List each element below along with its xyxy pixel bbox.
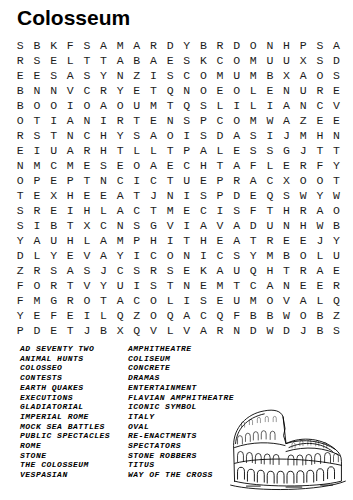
page-title: Colosseum — [17, 6, 130, 30]
grid-cell: C — [79, 128, 96, 143]
grid-cell: E — [145, 113, 162, 128]
word-list-item: AMPHITHEATRE — [128, 344, 234, 354]
grid-cell: L — [312, 248, 329, 263]
grid-cell: L — [162, 323, 179, 338]
grid-cell: H — [145, 233, 162, 248]
grid-cell: R — [295, 263, 312, 278]
grid-cell: L — [79, 233, 96, 248]
grid-cell: I — [62, 203, 79, 218]
grid-cell: M — [112, 38, 129, 53]
grid-cell: E — [328, 263, 345, 278]
grid-cell: E — [195, 278, 212, 293]
grid-cell: L — [212, 98, 229, 113]
grid-cell: E — [228, 143, 245, 158]
grid-cell: P — [195, 113, 212, 128]
grid-cell: A — [112, 203, 129, 218]
grid-cell: I — [128, 278, 145, 293]
grid-cell: C — [95, 218, 112, 233]
grid-cell: T — [29, 113, 46, 128]
grid-cell: T — [79, 53, 96, 68]
grid-cell: M — [145, 98, 162, 113]
grid-cell: Y — [12, 308, 29, 323]
word-list-item: WAY OF THE CROSS — [128, 470, 234, 480]
grid-cell: H — [79, 203, 96, 218]
grid-cell: T — [112, 143, 129, 158]
grid-cell: A — [62, 263, 79, 278]
grid-cell: O — [145, 308, 162, 323]
grid-cell: A — [112, 188, 129, 203]
grid-cell: B — [245, 308, 262, 323]
grid-cell: E — [45, 53, 62, 68]
word-list-item: FLAVIAN AMPHITHEATRE — [128, 393, 234, 403]
grid-cell: N — [162, 188, 179, 203]
grid-cell: E — [295, 278, 312, 293]
grid-cell: U — [228, 263, 245, 278]
grid-cell: V — [212, 218, 229, 233]
grid-cell: A — [212, 263, 229, 278]
grid-cell: E — [162, 158, 179, 173]
grid-cell: E — [178, 263, 195, 278]
grid-cell: W — [295, 188, 312, 203]
grid-cell: R — [262, 233, 279, 248]
grid-cell: Y — [178, 38, 195, 53]
grid-cell: I — [29, 143, 46, 158]
grid-cell: N — [29, 83, 46, 98]
grid-cell: V — [278, 293, 295, 308]
grid-cell: N — [62, 128, 79, 143]
grid-cell: V — [62, 83, 79, 98]
grid-cell: W — [278, 308, 295, 323]
grid-cell: B — [29, 38, 46, 53]
word-list-item: EARTH QUAKES — [20, 383, 110, 393]
grid-cell: S — [29, 128, 46, 143]
grid-cell: D — [228, 38, 245, 53]
grid-cell: O — [328, 203, 345, 218]
grid-cell: S — [195, 128, 212, 143]
grid-cell: O — [145, 293, 162, 308]
grid-cell: A — [95, 233, 112, 248]
grid-cell: N — [79, 113, 96, 128]
grid-cell: M — [262, 248, 279, 263]
grid-cell: T — [12, 188, 29, 203]
grid-cell: R — [45, 278, 62, 293]
grid-cell: B — [278, 248, 295, 263]
word-list-item: VESPASIAN — [20, 470, 110, 480]
grid-cell: H — [195, 158, 212, 173]
grid-cell: S — [178, 113, 195, 128]
grid-cell: R — [145, 38, 162, 53]
grid-cell: N — [45, 83, 62, 98]
grid-cell: E — [312, 278, 329, 293]
word-list-item: ITALY — [128, 412, 234, 422]
grid-cell: S — [128, 128, 145, 143]
grid-cell: L — [312, 293, 329, 308]
grid-cell: O — [312, 173, 329, 188]
grid-cell: R — [145, 263, 162, 278]
grid-cell: R — [112, 113, 129, 128]
grid-cell: S — [79, 68, 96, 83]
grid-cell: Y — [95, 68, 112, 83]
grid-cell: H — [62, 188, 79, 203]
grid-cell: P — [212, 173, 229, 188]
grid-cell: O — [195, 83, 212, 98]
grid-cell: F — [245, 203, 262, 218]
word-list-item: OVAL — [128, 422, 234, 432]
grid-cell: S — [228, 248, 245, 263]
grid-cell: P — [212, 188, 229, 203]
grid-cell: E — [128, 83, 145, 98]
grid-cell: T — [328, 173, 345, 188]
grid-cell: C — [45, 158, 62, 173]
grid-cell: Q — [262, 188, 279, 203]
grid-cell: E — [328, 113, 345, 128]
grid-cell: S — [228, 203, 245, 218]
grid-cell: T — [178, 233, 195, 248]
grid-cell: M — [245, 293, 262, 308]
grid-cell: H — [312, 128, 329, 143]
grid-cell: L — [245, 83, 262, 98]
grid-cell: I — [195, 248, 212, 263]
grid-cell: W — [328, 188, 345, 203]
grid-cell: N — [95, 173, 112, 188]
grid-cell: R — [29, 203, 46, 218]
grid-cell: C — [195, 308, 212, 323]
grid-cell: Q — [128, 323, 145, 338]
grid-cell: N — [178, 83, 195, 98]
grid-cell: A — [228, 158, 245, 173]
grid-cell: E — [245, 188, 262, 203]
grid-cell: S — [245, 128, 262, 143]
grid-cell: O — [295, 173, 312, 188]
grid-cell: A — [29, 233, 46, 248]
grid-cell: N — [278, 278, 295, 293]
grid-cell: O — [29, 278, 46, 293]
grid-cell: Q — [245, 263, 262, 278]
grid-cell: M — [29, 293, 46, 308]
grid-cell: Y — [45, 248, 62, 263]
grid-cell: L — [95, 308, 112, 323]
grid-cell: W — [262, 113, 279, 128]
grid-cell: E — [29, 68, 46, 83]
word-list-item: ANIMAL HUNTS — [20, 354, 110, 364]
grid-cell: U — [128, 98, 145, 113]
grid-cell: P — [62, 173, 79, 188]
grid-cell: T — [245, 233, 262, 248]
grid-cell: B — [128, 53, 145, 68]
grid-cell: O — [228, 83, 245, 98]
word-list-item: THE COLOSSEUM — [20, 460, 110, 470]
grid-cell: E — [45, 323, 62, 338]
grid-cell: T — [162, 278, 179, 293]
grid-cell: T — [128, 113, 145, 128]
grid-cell: H — [278, 38, 295, 53]
grid-cell: C — [212, 53, 229, 68]
word-list-item: COLISEUM — [128, 354, 234, 364]
grid-cell: M — [29, 158, 46, 173]
grid-cell: T — [328, 143, 345, 158]
grid-cell: S — [79, 38, 96, 53]
grid-cell: M — [295, 128, 312, 143]
grid-cell: Q — [162, 308, 179, 323]
grid-cell: V — [328, 98, 345, 113]
grid-cell: C — [128, 293, 145, 308]
word-list-item: PUBLIC SPECTACLES — [20, 431, 110, 441]
grid-cell: T — [145, 83, 162, 98]
grid-cell: C — [145, 248, 162, 263]
grid-cell: Y — [245, 248, 262, 263]
grid-cell: O — [228, 53, 245, 68]
word-list-item: RE-ENACTMENTS — [128, 431, 234, 441]
grid-cell: J — [295, 143, 312, 158]
grid-cell: F — [312, 158, 329, 173]
grid-cell: Q — [212, 308, 229, 323]
grid-cell: N — [178, 278, 195, 293]
word-list-item: STONE — [20, 451, 110, 461]
grid-cell: L — [262, 158, 279, 173]
grid-cell: I — [145, 68, 162, 83]
grid-cell: E — [95, 188, 112, 203]
grid-cell: H — [195, 233, 212, 248]
grid-cell: S — [278, 188, 295, 203]
grid-cell: T — [162, 173, 179, 188]
grid-cell: T — [162, 98, 179, 113]
grid-cell: T — [278, 263, 295, 278]
grid-cell: A — [145, 158, 162, 173]
grid-cell: F — [62, 38, 79, 53]
grid-cell: A — [112, 293, 129, 308]
grid-cell: M — [62, 158, 79, 173]
grid-cell: L — [212, 143, 229, 158]
grid-cell: E — [328, 83, 345, 98]
grid-cell: I — [228, 98, 245, 113]
grid-cell: U — [262, 53, 279, 68]
grid-cell: U — [328, 248, 345, 263]
grid-cell: A — [295, 293, 312, 308]
grid-cell: T — [212, 158, 229, 173]
grid-cell: I — [128, 248, 145, 263]
grid-cell: E — [312, 113, 329, 128]
grid-cell: R — [62, 293, 79, 308]
grid-cell: F — [45, 308, 62, 323]
grid-cell: T — [79, 173, 96, 188]
grid-cell: U — [112, 278, 129, 293]
grid-cell: I — [29, 218, 46, 233]
grid-cell: X — [79, 218, 96, 233]
grid-cell: S — [12, 203, 29, 218]
grid-cell: I — [128, 173, 145, 188]
grid-cell: C — [112, 263, 129, 278]
grid-cell: Y — [112, 128, 129, 143]
grid-cell: A — [62, 68, 79, 83]
grid-cell: T — [128, 188, 145, 203]
grid-cell: S — [195, 188, 212, 203]
grid-cell: G — [45, 293, 62, 308]
grid-cell: S — [245, 143, 262, 158]
grid-cell: T — [95, 53, 112, 68]
grid-cell: E — [45, 173, 62, 188]
grid-cell: S — [162, 263, 179, 278]
word-list-item: GLADIATORIAL — [20, 402, 110, 412]
grid-cell: I — [162, 233, 179, 248]
grid-cell: A — [145, 128, 162, 143]
grid-cell: P — [295, 38, 312, 53]
grid-cell: T — [95, 293, 112, 308]
grid-cell: T — [162, 143, 179, 158]
grid-cell: D — [29, 323, 46, 338]
grid-cell: J — [145, 188, 162, 203]
grid-cell: U — [295, 83, 312, 98]
grid-cell: R — [95, 83, 112, 98]
grid-cell: U — [45, 143, 62, 158]
grid-cell: O — [79, 293, 96, 308]
word-list-item: EXECUTIONS — [20, 393, 110, 403]
grid-cell: G — [278, 143, 295, 158]
grid-cell: X — [112, 323, 129, 338]
grid-cell: D — [212, 128, 229, 143]
word-list-item: AD SEVENTY TWO — [20, 344, 110, 354]
grid-cell: N — [162, 113, 179, 128]
grid-cell: O — [12, 173, 29, 188]
word-list-column-left: AD SEVENTY TWOANIMAL HUNTSCOLOSSEOCONTES… — [20, 344, 110, 480]
grid-cell: S — [45, 68, 62, 83]
grid-cell: O — [262, 293, 279, 308]
grid-cell: C — [312, 98, 329, 113]
grid-cell: Y — [112, 248, 129, 263]
grid-cell: K — [195, 53, 212, 68]
grid-cell: E — [162, 53, 179, 68]
grid-cell: W — [312, 218, 329, 233]
grid-cell: U — [178, 173, 195, 188]
grid-cell: M — [112, 233, 129, 248]
grid-cell: N — [228, 323, 245, 338]
grid-cell: S — [79, 263, 96, 278]
grid-cell: O — [29, 98, 46, 113]
grid-cell: A — [228, 233, 245, 248]
grid-cell: E — [12, 143, 29, 158]
grid-cell: N — [262, 38, 279, 53]
grid-cell: R — [295, 158, 312, 173]
grid-cell: I — [262, 128, 279, 143]
grid-cell: E — [62, 248, 79, 263]
grid-cell: S — [145, 278, 162, 293]
grid-cell: E — [278, 158, 295, 173]
grid-cell: D — [245, 218, 262, 233]
grid-cell: M — [212, 68, 229, 83]
grid-cell: D — [245, 323, 262, 338]
grid-cell: L — [95, 203, 112, 218]
grid-cell: V — [162, 218, 179, 233]
grid-cell: E — [45, 203, 62, 218]
grid-cell: C — [212, 113, 229, 128]
grid-cell: S — [95, 158, 112, 173]
grid-cell: E — [12, 68, 29, 83]
grid-cell: A — [112, 53, 129, 68]
grid-cell: C — [178, 158, 195, 173]
grid-cell: O — [312, 68, 329, 83]
grid-cell: N — [112, 68, 129, 83]
grid-cell: S — [312, 53, 329, 68]
grid-cell: I — [95, 113, 112, 128]
grid-cell: O — [162, 128, 179, 143]
grid-cell: D — [12, 248, 29, 263]
grid-cell: M — [245, 53, 262, 68]
grid-cell: H — [62, 233, 79, 248]
grid-cell: K — [45, 38, 62, 53]
grid-cell: B — [262, 308, 279, 323]
grid-cell: M — [245, 68, 262, 83]
grid-cell: N — [295, 98, 312, 113]
grid-cell: I — [262, 98, 279, 113]
grid-cell: A — [95, 248, 112, 263]
grid-cell: C — [79, 83, 96, 98]
grid-cell: T — [228, 278, 245, 293]
grid-cell: B — [312, 323, 329, 338]
grid-cell: A — [178, 308, 195, 323]
grid-cell: R — [212, 38, 229, 53]
grid-cell: O — [79, 98, 96, 113]
grid-cell: S — [45, 263, 62, 278]
word-list-column-right: AMPHITHEATRECOLISEUMCONCRETEDRAMASENTERT… — [128, 344, 234, 480]
grid-cell: E — [79, 188, 96, 203]
grid-cell: C — [262, 173, 279, 188]
grid-cell: A — [278, 98, 295, 113]
grid-cell: J — [95, 263, 112, 278]
grid-cell: A — [62, 113, 79, 128]
grid-cell: L — [162, 293, 179, 308]
word-list-item: DRAMAS — [128, 373, 234, 383]
grid-cell: M — [212, 278, 229, 293]
grid-cell: H — [278, 203, 295, 218]
grid-cell: N — [12, 158, 29, 173]
grid-cell: O — [12, 113, 29, 128]
grid-cell: Y — [95, 278, 112, 293]
grid-cell: I — [212, 203, 229, 218]
grid-cell: Y — [12, 233, 29, 248]
grid-cell: Y — [312, 188, 329, 203]
grid-cell: K — [195, 263, 212, 278]
grid-cell: T — [62, 323, 79, 338]
grid-cell: Q — [328, 293, 345, 308]
grid-cell: N — [112, 218, 129, 233]
grid-cell: L — [29, 248, 46, 263]
grid-cell: G — [145, 218, 162, 233]
grid-cell: S — [195, 293, 212, 308]
grid-cell: P — [12, 323, 29, 338]
grid-cell: E — [178, 203, 195, 218]
grid-cell: F — [12, 278, 29, 293]
grid-cell: W — [262, 323, 279, 338]
grid-cell: S — [12, 218, 29, 233]
grid-cell: R — [12, 53, 29, 68]
grid-cell: E — [212, 233, 229, 248]
grid-cell: S — [328, 68, 345, 83]
grid-cell: N — [278, 83, 295, 98]
word-list-item: CONCRETE — [128, 363, 234, 373]
grid-cell: R — [29, 263, 46, 278]
grid-cell: O — [245, 38, 262, 53]
grid-cell: A — [228, 218, 245, 233]
grid-cell: D — [228, 188, 245, 203]
grid-cell: A — [262, 278, 279, 293]
grid-cell: T — [145, 203, 162, 218]
grid-cell: T — [45, 128, 62, 143]
grid-cell: L — [145, 143, 162, 158]
grid-cell: B — [195, 38, 212, 53]
grid-cell: E — [262, 83, 279, 98]
word-list-item: ENTERTAINMENT — [128, 383, 234, 393]
grid-cell: N — [178, 248, 195, 263]
grid-cell: U — [228, 293, 245, 308]
